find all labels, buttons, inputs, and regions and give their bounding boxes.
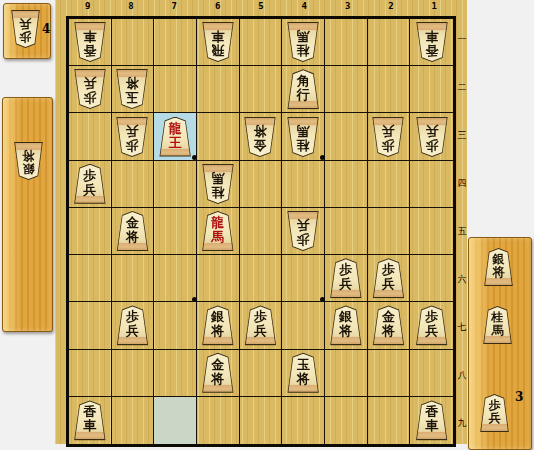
- sente-hand-tray: 銀将桂馬歩兵3: [468, 237, 532, 450]
- hand-slot: 歩兵3: [479, 394, 510, 432]
- square-34[interactable]: [325, 161, 368, 208]
- piece-face: 龍王: [159, 118, 191, 156]
- piece-face: 桂馬: [202, 165, 234, 203]
- file-labels: 987654321: [66, 1, 456, 14]
- hand-slot: 歩兵4: [10, 10, 50, 48]
- square-96[interactable]: [69, 255, 112, 302]
- piece-gote-king[interactable]: 玉将: [115, 69, 149, 109]
- piece-sente-dragon-king[interactable]: 龍王: [158, 117, 192, 157]
- square-15[interactable]: [410, 208, 453, 255]
- square-56[interactable]: [240, 255, 283, 302]
- square-46[interactable]: [282, 255, 325, 302]
- square-16[interactable]: [410, 255, 453, 302]
- square-77[interactable]: [154, 302, 197, 349]
- piece-face: 銀将: [484, 249, 513, 285]
- piece-face: 銀将: [330, 306, 362, 344]
- square-53[interactable]: 金将: [240, 113, 283, 160]
- piece-sente-pawn[interactable]: 歩兵: [479, 394, 510, 432]
- piece-sente-silver[interactable]: 銀将: [483, 248, 514, 286]
- square-17[interactable]: 歩兵: [410, 302, 453, 349]
- shogi-board: 987654321 香車飛車桂馬香車歩兵玉将角行歩兵龍王金将桂馬歩兵歩兵歩兵桂馬…: [55, 0, 467, 444]
- hand-slot: 桂馬: [482, 306, 513, 344]
- square-69[interactable]: [197, 397, 240, 444]
- square-13[interactable]: 歩兵: [410, 113, 453, 160]
- square-93[interactable]: [69, 113, 112, 160]
- square-44[interactable]: [282, 161, 325, 208]
- square-59[interactable]: [240, 397, 283, 444]
- square-85[interactable]: 金将: [112, 208, 155, 255]
- hoshi-dot: [192, 297, 197, 302]
- rank-label-2: 二: [455, 64, 469, 112]
- piece-face: 歩兵: [330, 259, 362, 297]
- piece-face: 桂馬: [287, 118, 319, 156]
- square-49[interactable]: [282, 397, 325, 444]
- piece-face: 飛車: [202, 23, 234, 61]
- square-32[interactable]: [325, 66, 368, 113]
- file-label-4: 4: [283, 1, 326, 14]
- square-66[interactable]: [197, 255, 240, 302]
- piece-face: 桂馬: [483, 307, 512, 343]
- piece-sente-gold[interactable]: 金将: [201, 353, 235, 393]
- square-41[interactable]: 桂馬: [282, 19, 325, 66]
- piece-gote-pawn[interactable]: 歩兵: [115, 117, 149, 157]
- square-78[interactable]: [154, 350, 197, 397]
- piece-face: 香車: [416, 401, 448, 439]
- piece-face: 玉将: [116, 70, 148, 108]
- shogi-app: 987654321 香車飛車桂馬香車歩兵玉将角行歩兵龍王金将桂馬歩兵歩兵歩兵桂馬…: [0, 0, 534, 450]
- piece-sente-lance[interactable]: 香車: [73, 400, 107, 440]
- piece-sente-pawn[interactable]: 歩兵: [115, 305, 149, 345]
- square-98[interactable]: [69, 350, 112, 397]
- square-38[interactable]: [325, 350, 368, 397]
- hand-slot: 銀将: [13, 142, 44, 180]
- square-54[interactable]: [240, 161, 283, 208]
- square-18[interactable]: [410, 350, 453, 397]
- piece-face: 歩兵: [287, 212, 319, 250]
- piece-gote-knight[interactable]: 桂馬: [286, 117, 320, 157]
- square-71[interactable]: [154, 19, 197, 66]
- piece-sente-silver[interactable]: 銀将: [201, 305, 235, 345]
- rank-label-9: 九: [455, 399, 469, 447]
- square-81[interactable]: [112, 19, 155, 66]
- square-73[interactable]: 龍王: [154, 113, 197, 160]
- square-91[interactable]: 香車: [69, 19, 112, 66]
- square-61[interactable]: 飛車: [197, 19, 240, 66]
- square-87[interactable]: 歩兵: [112, 302, 155, 349]
- piece-gote-lance[interactable]: 香車: [415, 22, 449, 62]
- piece-gote-pawn[interactable]: 歩兵: [10, 10, 41, 48]
- piece-face: 歩兵: [11, 11, 40, 47]
- piece-face: 歩兵: [480, 395, 509, 431]
- piece-sente-king[interactable]: 玉将: [286, 353, 320, 393]
- rank-label-6: 六: [455, 255, 469, 303]
- square-52[interactable]: [240, 66, 283, 113]
- square-99[interactable]: 香車: [69, 397, 112, 444]
- piece-face: 歩兵: [372, 118, 404, 156]
- piece-sente-silver[interactable]: 銀将: [329, 305, 363, 345]
- file-label-2: 2: [369, 1, 412, 14]
- square-21[interactable]: [368, 19, 411, 66]
- piece-sente-bishop[interactable]: 角行: [286, 69, 320, 109]
- square-12[interactable]: [410, 66, 453, 113]
- rank-label-1: 一: [455, 16, 469, 64]
- piece-face: 金将: [244, 118, 276, 156]
- rank-label-5: 五: [455, 208, 469, 256]
- square-29[interactable]: [368, 397, 411, 444]
- rank-label-7: 七: [455, 303, 469, 351]
- piece-gote-pawn[interactable]: 歩兵: [415, 117, 449, 157]
- piece-face: 角行: [287, 70, 319, 108]
- piece-sente-pawn[interactable]: 歩兵: [329, 258, 363, 298]
- piece-face: 歩兵: [74, 70, 106, 108]
- piece-gote-rook[interactable]: 飛車: [201, 22, 235, 62]
- piece-gote-knight[interactable]: 桂馬: [201, 164, 235, 204]
- gote-hand-tray-pawns: 歩兵4: [3, 3, 51, 59]
- square-25[interactable]: [368, 208, 411, 255]
- square-72[interactable]: [154, 66, 197, 113]
- square-33[interactable]: [325, 113, 368, 160]
- square-83[interactable]: 歩兵: [112, 113, 155, 160]
- square-57[interactable]: 歩兵: [240, 302, 283, 349]
- piece-face: 香車: [416, 23, 448, 61]
- piece-face: 玉将: [287, 354, 319, 392]
- square-62[interactable]: [197, 66, 240, 113]
- square-68[interactable]: 金将: [197, 350, 240, 397]
- square-24[interactable]: [368, 161, 411, 208]
- piece-face: 龍馬: [202, 212, 234, 250]
- square-19[interactable]: 香車: [410, 397, 453, 444]
- piece-face: 歩兵: [372, 259, 404, 297]
- hand-count: 3: [515, 390, 523, 404]
- square-47[interactable]: [282, 302, 325, 349]
- square-63[interactable]: [197, 113, 240, 160]
- square-43[interactable]: 桂馬: [282, 113, 325, 160]
- square-35[interactable]: [325, 208, 368, 255]
- square-84[interactable]: [112, 161, 155, 208]
- piece-face: 歩兵: [116, 118, 148, 156]
- square-67[interactable]: 銀将: [197, 302, 240, 349]
- square-22[interactable]: [368, 66, 411, 113]
- hand-count: 4: [42, 22, 50, 36]
- square-23[interactable]: 歩兵: [368, 113, 411, 160]
- square-76[interactable]: [154, 255, 197, 302]
- rank-label-8: 八: [455, 351, 469, 399]
- piece-sente-lance[interactable]: 香車: [415, 400, 449, 440]
- square-64[interactable]: 桂馬: [197, 161, 240, 208]
- square-27[interactable]: 金将: [368, 302, 411, 349]
- piece-gote-lance[interactable]: 香車: [73, 22, 107, 62]
- piece-face: 歩兵: [416, 118, 448, 156]
- file-label-7: 7: [153, 1, 196, 14]
- square-48[interactable]: 玉将: [282, 350, 325, 397]
- square-88[interactable]: [112, 350, 155, 397]
- file-label-6: 6: [196, 1, 239, 14]
- square-86[interactable]: [112, 255, 155, 302]
- square-79[interactable]: [154, 397, 197, 444]
- square-92[interactable]: 歩兵: [69, 66, 112, 113]
- gote-hand-tray: 銀将: [2, 97, 53, 332]
- square-65[interactable]: 龍馬: [197, 208, 240, 255]
- piece-sente-pawn[interactable]: 歩兵: [415, 305, 449, 345]
- piece-sente-pawn[interactable]: 歩兵: [73, 164, 107, 204]
- square-75[interactable]: [154, 208, 197, 255]
- piece-sente-gold[interactable]: 金将: [371, 305, 405, 345]
- square-14[interactable]: [410, 161, 453, 208]
- piece-face: 桂馬: [287, 23, 319, 61]
- square-42[interactable]: 角行: [282, 66, 325, 113]
- hoshi-dot: [320, 155, 325, 160]
- file-label-9: 9: [66, 1, 109, 14]
- piece-gote-gold[interactable]: 金将: [243, 117, 277, 157]
- piece-face: 銀将: [202, 306, 234, 344]
- square-51[interactable]: [240, 19, 283, 66]
- square-31[interactable]: [325, 19, 368, 66]
- square-82[interactable]: 玉将: [112, 66, 155, 113]
- piece-gote-pawn[interactable]: 歩兵: [371, 117, 405, 157]
- piece-sente-pawn[interactable]: 歩兵: [243, 305, 277, 345]
- piece-gote-silver[interactable]: 銀将: [13, 142, 44, 180]
- piece-face: 歩兵: [74, 165, 106, 203]
- piece-sente-knight[interactable]: 桂馬: [482, 306, 513, 344]
- square-94[interactable]: 歩兵: [69, 161, 112, 208]
- square-28[interactable]: [368, 350, 411, 397]
- piece-gote-knight[interactable]: 桂馬: [286, 22, 320, 62]
- hoshi-dot: [320, 297, 325, 302]
- square-97[interactable]: [69, 302, 112, 349]
- square-37[interactable]: 銀将: [325, 302, 368, 349]
- square-36[interactable]: 歩兵: [325, 255, 368, 302]
- piece-face: 香車: [74, 23, 106, 61]
- rank-label-4: 四: [455, 160, 469, 208]
- piece-face: 金将: [116, 212, 148, 250]
- square-89[interactable]: [112, 397, 155, 444]
- square-45[interactable]: 歩兵: [282, 208, 325, 255]
- hoshi-dot: [192, 155, 197, 160]
- file-label-5: 5: [239, 1, 282, 14]
- piece-sente-dragon-horse[interactable]: 龍馬: [201, 211, 235, 251]
- square-26[interactable]: 歩兵: [368, 255, 411, 302]
- piece-sente-pawn[interactable]: 歩兵: [371, 258, 405, 298]
- rank-label-3: 三: [455, 112, 469, 160]
- square-95[interactable]: [69, 208, 112, 255]
- piece-face: 金将: [202, 354, 234, 392]
- piece-sente-gold[interactable]: 金将: [115, 211, 149, 251]
- rank-labels: 一二三四五六七八九: [455, 16, 469, 447]
- square-55[interactable]: [240, 208, 283, 255]
- piece-face: 銀将: [14, 143, 43, 179]
- file-label-8: 8: [109, 1, 152, 14]
- square-11[interactable]: 香車: [410, 19, 453, 66]
- piece-gote-pawn[interactable]: 歩兵: [73, 69, 107, 109]
- piece-face: 香車: [74, 401, 106, 439]
- square-58[interactable]: [240, 350, 283, 397]
- piece-face: 歩兵: [244, 306, 276, 344]
- piece-gote-pawn[interactable]: 歩兵: [286, 211, 320, 251]
- piece-face: 金将: [372, 306, 404, 344]
- piece-face: 歩兵: [416, 306, 448, 344]
- square-74[interactable]: [154, 161, 197, 208]
- hand-slot: 銀将: [483, 248, 514, 286]
- board-grid: 香車飛車桂馬香車歩兵玉将角行歩兵龍王金将桂馬歩兵歩兵歩兵桂馬金将龍馬歩兵歩兵歩兵…: [66, 16, 456, 447]
- square-39[interactable]: [325, 397, 368, 444]
- piece-face: 歩兵: [116, 306, 148, 344]
- file-label-1: 1: [413, 1, 456, 14]
- file-label-3: 3: [326, 1, 369, 14]
